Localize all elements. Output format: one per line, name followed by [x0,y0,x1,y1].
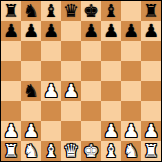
square-f6[interactable] [101,41,121,61]
square-b2[interactable]: ♟ [21,121,41,141]
piece-white-pawn[interactable]: ♟ [123,121,139,141]
piece-black-knight[interactable]: ♞ [23,1,39,21]
piece-white-king[interactable]: ♚ [83,141,99,161]
square-c5[interactable] [41,61,61,81]
square-g8[interactable] [121,1,141,21]
piece-black-pawn[interactable]: ♟ [143,21,159,41]
square-f7[interactable]: ♟ [101,21,121,41]
piece-white-bishop[interactable]: ♝ [103,141,119,161]
square-e6[interactable] [81,41,101,61]
square-h4[interactable] [141,81,161,101]
square-a4[interactable] [1,81,21,101]
square-g6[interactable] [121,41,141,61]
square-h7[interactable]: ♟ [141,21,161,41]
square-d4[interactable]: ♟ [61,81,81,101]
square-g1[interactable]: ♞ [121,141,141,161]
square-g4[interactable] [121,81,141,101]
square-h6[interactable] [141,41,161,61]
piece-white-pawn[interactable]: ♟ [43,81,59,101]
square-e2[interactable] [81,121,101,141]
piece-white-queen[interactable]: ♛ [63,141,79,161]
piece-black-pawn[interactable]: ♟ [83,21,99,41]
square-c6[interactable] [41,41,61,61]
piece-white-pawn[interactable]: ♟ [3,121,19,141]
square-g7[interactable]: ♟ [121,21,141,41]
piece-black-knight[interactable]: ♞ [23,81,39,101]
square-a8[interactable]: ♜ [1,1,21,21]
square-a6[interactable] [1,41,21,61]
square-e3[interactable] [81,101,101,121]
square-c2[interactable] [41,121,61,141]
square-b4[interactable]: ♞ [21,81,41,101]
square-a3[interactable] [1,101,21,121]
square-g5[interactable] [121,61,141,81]
square-a7[interactable]: ♟ [1,21,21,41]
square-e4[interactable] [81,81,101,101]
piece-black-bishop[interactable]: ♝ [103,1,119,21]
square-b6[interactable] [21,41,41,61]
square-f5[interactable] [101,61,121,81]
square-h1[interactable]: ♜ [141,141,161,161]
square-e7[interactable]: ♟ [81,21,101,41]
square-e5[interactable] [81,61,101,81]
square-f1[interactable]: ♝ [101,141,121,161]
square-d5[interactable] [61,61,81,81]
piece-black-pawn[interactable]: ♟ [123,21,139,41]
square-d8[interactable]: ♛ [61,1,81,21]
square-d2[interactable] [61,121,81,141]
square-b3[interactable] [21,101,41,121]
square-f3[interactable] [101,101,121,121]
square-h3[interactable] [141,101,161,121]
square-a1[interactable]: ♜ [1,141,21,161]
square-b5[interactable] [21,61,41,81]
square-d3[interactable] [61,101,81,121]
square-e8[interactable]: ♚ [81,1,101,21]
piece-white-pawn[interactable]: ♟ [103,121,119,141]
piece-white-knight[interactable]: ♞ [23,141,39,161]
square-b8[interactable]: ♞ [21,1,41,21]
piece-black-queen[interactable]: ♛ [63,1,79,21]
square-d1[interactable]: ♛ [61,141,81,161]
square-c4[interactable]: ♟ [41,81,61,101]
square-c3[interactable] [41,101,61,121]
square-a2[interactable]: ♟ [1,121,21,141]
square-h5[interactable] [141,61,161,81]
piece-black-pawn[interactable]: ♟ [103,21,119,41]
square-d6[interactable] [61,41,81,61]
square-g3[interactable] [121,101,141,121]
square-b7[interactable]: ♟ [21,21,41,41]
square-h2[interactable]: ♟ [141,121,161,141]
square-c8[interactable]: ♝ [41,1,61,21]
square-f8[interactable]: ♝ [101,1,121,21]
piece-black-king[interactable]: ♚ [83,1,99,21]
piece-black-rook[interactable]: ♜ [3,1,19,21]
piece-white-bishop[interactable]: ♝ [43,141,59,161]
piece-white-knight[interactable]: ♞ [123,141,139,161]
square-b1[interactable]: ♞ [21,141,41,161]
square-h8[interactable]: ♜ [141,1,161,21]
piece-white-pawn[interactable]: ♟ [63,81,79,101]
square-a5[interactable] [1,61,21,81]
square-f4[interactable] [101,81,121,101]
square-c7[interactable]: ♟ [41,21,61,41]
square-c1[interactable]: ♝ [41,141,61,161]
piece-white-pawn[interactable]: ♟ [143,121,159,141]
piece-white-pawn[interactable]: ♟ [23,121,39,141]
piece-black-pawn[interactable]: ♟ [23,21,39,41]
chess-board: ♜♞♝♛♚♝♜♟♟♟♟♟♟♟♞♟♟♟♟♟♟♟♜♞♝♛♚♝♞♜ [0,0,162,162]
piece-white-rook[interactable]: ♜ [143,141,159,161]
square-e1[interactable]: ♚ [81,141,101,161]
piece-black-bishop[interactable]: ♝ [43,1,59,21]
piece-black-pawn[interactable]: ♟ [3,21,19,41]
piece-black-rook[interactable]: ♜ [143,1,159,21]
square-g2[interactable]: ♟ [121,121,141,141]
square-f2[interactable]: ♟ [101,121,121,141]
piece-black-pawn[interactable]: ♟ [43,21,59,41]
square-d7[interactable] [61,21,81,41]
piece-white-rook[interactable]: ♜ [3,141,19,161]
